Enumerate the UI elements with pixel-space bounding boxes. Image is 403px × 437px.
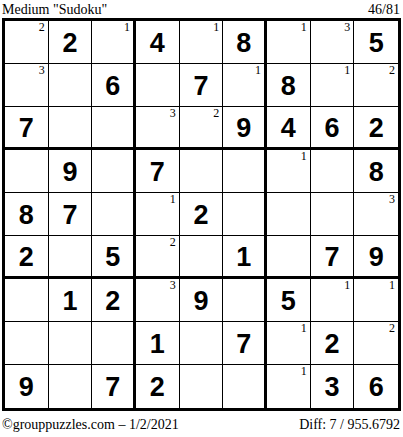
cell-r3c1[interactable]: 7 <box>5 107 49 150</box>
given-digit: 8 <box>19 200 34 229</box>
cell-r8c8[interactable]: 2 <box>311 322 355 365</box>
cell-r6c5[interactable] <box>180 236 224 279</box>
cell-r8c7[interactable]: 1 <box>267 322 311 365</box>
cell-r7c7[interactable]: 5 <box>267 279 311 322</box>
cell-r8c6[interactable]: 7 <box>223 322 267 365</box>
given-digit: 5 <box>369 28 384 57</box>
pencil-mark: 2 <box>39 21 45 34</box>
cell-r3c3[interactable] <box>92 107 136 150</box>
cell-r7c8[interactable]: 1 <box>311 279 355 322</box>
given-digit: 2 <box>369 113 384 142</box>
cell-r1c4[interactable]: 4 <box>136 21 180 64</box>
cell-r1c8[interactable]: 3 <box>311 21 355 64</box>
sudoku-grid: 2214181353671812732946297188712325217912… <box>2 18 401 411</box>
puzzle-page: Medium "Sudoku" 46/81 221418135367181273… <box>0 0 403 437</box>
cell-r7c5[interactable]: 9 <box>180 279 224 322</box>
cell-r2c6[interactable]: 1 <box>223 64 267 107</box>
cell-r9c3[interactable]: 7 <box>92 365 136 408</box>
cell-r4c9[interactable]: 8 <box>354 150 398 193</box>
cell-r8c2[interactable] <box>49 322 93 365</box>
cell-r2c1[interactable]: 3 <box>5 64 49 107</box>
cell-r5c6[interactable] <box>223 193 267 236</box>
cell-r4c6[interactable] <box>223 150 267 193</box>
pencil-mark: 2 <box>389 64 395 77</box>
cell-r2c4[interactable] <box>136 64 180 107</box>
pencil-mark: 2 <box>213 107 219 120</box>
cell-r9c2[interactable] <box>49 365 93 408</box>
pencil-mark: 1 <box>255 64 261 77</box>
cell-r4c8[interactable] <box>311 150 355 193</box>
given-digit: 2 <box>193 200 208 229</box>
given-digit: 7 <box>150 157 165 186</box>
given-digit: 3 <box>324 372 339 401</box>
cell-r3c8[interactable]: 6 <box>311 107 355 150</box>
cell-r9c9[interactable]: 6 <box>354 365 398 408</box>
cell-r9c6[interactable] <box>223 365 267 408</box>
pencil-mark: 3 <box>344 21 350 34</box>
cell-r6c7[interactable] <box>267 236 311 279</box>
cell-r9c4[interactable]: 2 <box>136 365 180 408</box>
cell-r6c4[interactable]: 2 <box>136 236 180 279</box>
cell-r9c1[interactable]: 9 <box>5 365 49 408</box>
cell-r4c1[interactable] <box>5 150 49 193</box>
cell-r2c8[interactable]: 1 <box>311 64 355 107</box>
cell-r3c7[interactable]: 4 <box>267 107 311 150</box>
cell-r7c4[interactable]: 3 <box>136 279 180 322</box>
cell-r5c8[interactable] <box>311 193 355 236</box>
given-digit: 1 <box>150 329 165 358</box>
cell-r8c9[interactable]: 2 <box>354 322 398 365</box>
pencil-mark: 1 <box>213 21 219 34</box>
cell-r1c6[interactable]: 8 <box>223 21 267 64</box>
cell-r4c4[interactable]: 7 <box>136 150 180 193</box>
pencil-mark: 1 <box>389 279 395 292</box>
given-digit: 8 <box>236 28 251 57</box>
cell-r6c2[interactable] <box>49 236 93 279</box>
pencil-mark: 1 <box>170 193 176 206</box>
pencil-mark: 1 <box>344 279 350 292</box>
given-digit: 6 <box>324 113 339 142</box>
cell-r7c6[interactable] <box>223 279 267 322</box>
cell-r1c2[interactable]: 2 <box>49 21 93 64</box>
given-digit: 7 <box>19 113 34 142</box>
pencil-mark: 1 <box>301 150 307 163</box>
cell-r1c9[interactable]: 5 <box>354 21 398 64</box>
cell-r8c4[interactable]: 1 <box>136 322 180 365</box>
pencil-mark: 2 <box>170 236 176 249</box>
pencil-mark: 1 <box>344 64 350 77</box>
cell-r6c1[interactable]: 2 <box>5 236 49 279</box>
cell-r6c3[interactable]: 5 <box>92 236 136 279</box>
cell-r1c5[interactable]: 1 <box>180 21 224 64</box>
given-digit: 8 <box>281 71 296 100</box>
cell-r1c3[interactable]: 1 <box>92 21 136 64</box>
footer: ©grouppuzzles.com – 1/2/2021 Diff: 7 / 9… <box>0 411 403 433</box>
cell-r5c4[interactable]: 1 <box>136 193 180 236</box>
cell-r2c2[interactable] <box>49 64 93 107</box>
given-digit: 1 <box>62 286 77 315</box>
given-digit: 2 <box>324 329 339 358</box>
given-digit: 1 <box>236 242 251 271</box>
given-digit: 2 <box>19 242 34 271</box>
given-digit: 9 <box>62 157 77 186</box>
given-digit: 4 <box>281 113 296 142</box>
cell-r1c1[interactable]: 2 <box>5 21 49 64</box>
pencil-mark: 3 <box>389 193 395 206</box>
cell-r7c3[interactable]: 2 <box>92 279 136 322</box>
pencil-mark: 3 <box>170 279 176 292</box>
cell-r4c7[interactable]: 1 <box>267 150 311 193</box>
cell-r4c5[interactable] <box>180 150 224 193</box>
given-digit: 7 <box>105 372 120 401</box>
cell-r7c1[interactable] <box>5 279 49 322</box>
given-digit: 7 <box>236 329 251 358</box>
given-digit: 7 <box>324 242 339 271</box>
pencil-mark: 2 <box>389 322 395 335</box>
cell-r9c7[interactable]: 1 <box>267 365 311 408</box>
pencil-mark: 1 <box>301 322 307 335</box>
cell-r6c6[interactable]: 1 <box>223 236 267 279</box>
cell-r3c6[interactable]: 9 <box>223 107 267 150</box>
cell-r3c4[interactable]: 3 <box>136 107 180 150</box>
given-digit: 2 <box>105 286 120 315</box>
cell-r8c5[interactable] <box>180 322 224 365</box>
cell-r3c2[interactable] <box>49 107 93 150</box>
header: Medium "Sudoku" 46/81 <box>0 0 403 18</box>
copyright-text: ©grouppuzzles.com – 1/2/2021 <box>2 417 179 433</box>
given-digit: 4 <box>150 28 165 57</box>
given-digit: 6 <box>369 372 384 401</box>
cell-r2c7[interactable]: 8 <box>267 64 311 107</box>
given-digit: 9 <box>19 372 34 401</box>
given-digit: 2 <box>62 28 77 57</box>
pencil-mark: 1 <box>124 21 130 34</box>
cell-r5c7[interactable] <box>267 193 311 236</box>
cell-r4c2[interactable]: 9 <box>49 150 93 193</box>
cell-r2c3[interactable]: 6 <box>92 64 136 107</box>
given-digit: 2 <box>150 372 165 401</box>
cell-r6c9[interactable]: 9 <box>354 236 398 279</box>
cell-r8c3[interactable] <box>92 322 136 365</box>
given-digit: 6 <box>105 71 120 100</box>
pencil-mark: 1 <box>301 365 307 378</box>
cell-r2c5[interactable]: 7 <box>180 64 224 107</box>
given-digit: 5 <box>281 286 296 315</box>
cell-r4c3[interactable] <box>92 150 136 193</box>
cell-r5c3[interactable] <box>92 193 136 236</box>
cell-r6c8[interactable]: 7 <box>311 236 355 279</box>
cell-r9c8[interactable]: 3 <box>311 365 355 408</box>
pencil-mark: 1 <box>301 21 307 34</box>
given-digit: 7 <box>62 200 77 229</box>
puzzle-title: Medium "Sudoku" <box>2 2 107 18</box>
cell-r2c9[interactable]: 2 <box>354 64 398 107</box>
difficulty-text: Diff: 7 / 955.6792 <box>299 417 400 433</box>
given-digit: 9 <box>236 113 251 142</box>
cell-r3c5[interactable]: 2 <box>180 107 224 150</box>
cell-r5c5[interactable]: 2 <box>180 193 224 236</box>
cell-r1c7[interactable]: 1 <box>267 21 311 64</box>
pencil-mark: 3 <box>170 107 176 120</box>
cell-r7c9[interactable]: 1 <box>354 279 398 322</box>
remaining-counter: 46/81 <box>368 2 400 18</box>
given-digit: 9 <box>369 242 384 271</box>
cell-r5c2[interactable]: 7 <box>49 193 93 236</box>
cell-r7c2[interactable]: 1 <box>49 279 93 322</box>
cell-r3c9[interactable]: 2 <box>354 107 398 150</box>
cell-r5c9[interactable]: 3 <box>354 193 398 236</box>
given-digit: 5 <box>105 242 120 271</box>
given-digit: 9 <box>193 286 208 315</box>
pencil-mark: 3 <box>39 64 45 77</box>
cell-r9c5[interactable] <box>180 365 224 408</box>
cell-r5c1[interactable]: 8 <box>5 193 49 236</box>
given-digit: 8 <box>369 157 384 186</box>
cell-r8c1[interactable] <box>5 322 49 365</box>
given-digit: 7 <box>193 71 208 100</box>
